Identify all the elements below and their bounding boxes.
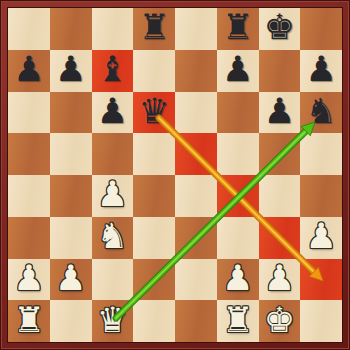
square-g4[interactable] (259, 175, 301, 217)
white-pawn-g2[interactable]: ♟ (264, 261, 295, 296)
white-pawn-f2[interactable]: ♟ (222, 261, 253, 296)
square-f6[interactable] (217, 92, 259, 134)
square-g2[interactable]: ♟ (259, 259, 301, 301)
square-g6[interactable]: ♟ (259, 92, 301, 134)
square-g8[interactable]: ♚ (259, 8, 301, 50)
board-frame: ♜♜♚♟♟♝♟♟♟♛♟♞♟♞♟♟♟♟♟♜♛♜♚ (0, 0, 350, 350)
square-b8[interactable] (50, 8, 92, 50)
square-f7[interactable]: ♟ (217, 50, 259, 92)
square-a2[interactable]: ♟ (8, 259, 50, 301)
square-e5[interactable] (175, 133, 217, 175)
square-e6[interactable] (175, 92, 217, 134)
square-f1[interactable]: ♜ (217, 300, 259, 342)
square-e7[interactable] (175, 50, 217, 92)
white-pawn-c4[interactable]: ♟ (97, 177, 128, 212)
square-b5[interactable] (50, 133, 92, 175)
square-a3[interactable] (8, 217, 50, 259)
square-a7[interactable]: ♟ (8, 50, 50, 92)
square-a8[interactable] (8, 8, 50, 50)
square-d8[interactable]: ♜ (133, 8, 175, 50)
square-e2[interactable] (175, 259, 217, 301)
square-h7[interactable]: ♟ (300, 50, 342, 92)
square-b6[interactable] (50, 92, 92, 134)
square-f8[interactable]: ♜ (217, 8, 259, 50)
square-e4[interactable] (175, 175, 217, 217)
square-h6[interactable]: ♞ (300, 92, 342, 134)
white-pawn-b2[interactable]: ♟ (55, 261, 86, 296)
black-pawn-b7[interactable]: ♟ (55, 52, 86, 87)
white-king-g1[interactable]: ♚ (264, 303, 295, 338)
black-pawn-f7[interactable]: ♟ (222, 52, 253, 87)
square-e3[interactable] (175, 217, 217, 259)
square-d5[interactable] (133, 133, 175, 175)
square-c6[interactable]: ♟ (92, 92, 134, 134)
square-d6[interactable]: ♛ (133, 92, 175, 134)
square-f4[interactable] (217, 175, 259, 217)
square-d3[interactable] (133, 217, 175, 259)
square-b4[interactable] (50, 175, 92, 217)
square-a6[interactable] (8, 92, 50, 134)
square-c2[interactable] (92, 259, 134, 301)
white-queen-c1[interactable]: ♛ (97, 303, 128, 338)
square-e8[interactable] (175, 8, 217, 50)
square-c7[interactable]: ♝ (92, 50, 134, 92)
square-h2[interactable] (300, 259, 342, 301)
square-f2[interactable]: ♟ (217, 259, 259, 301)
black-pawn-h7[interactable]: ♟ (305, 52, 336, 87)
square-c3[interactable]: ♞ (92, 217, 134, 259)
square-h8[interactable] (300, 8, 342, 50)
black-pawn-g6[interactable]: ♟ (264, 94, 295, 129)
square-h4[interactable] (300, 175, 342, 217)
square-f3[interactable] (217, 217, 259, 259)
square-d1[interactable] (133, 300, 175, 342)
black-queen-d6[interactable]: ♛ (138, 94, 169, 129)
square-h1[interactable] (300, 300, 342, 342)
square-g3[interactable] (259, 217, 301, 259)
chess-board: ♜♜♚♟♟♝♟♟♟♛♟♞♟♞♟♟♟♟♟♜♛♜♚ (8, 8, 342, 342)
square-a5[interactable] (8, 133, 50, 175)
square-g7[interactable] (259, 50, 301, 92)
black-rook-d8[interactable]: ♜ (138, 10, 169, 45)
white-pawn-a2[interactable]: ♟ (13, 261, 44, 296)
square-c1[interactable]: ♛ (92, 300, 134, 342)
square-d7[interactable] (133, 50, 175, 92)
square-b2[interactable]: ♟ (50, 259, 92, 301)
black-pawn-c6[interactable]: ♟ (97, 94, 128, 129)
square-d4[interactable] (133, 175, 175, 217)
black-bishop-c7[interactable]: ♝ (97, 52, 128, 87)
white-rook-f1[interactable]: ♜ (222, 303, 253, 338)
square-h3[interactable]: ♟ (300, 217, 342, 259)
black-king-g8[interactable]: ♚ (264, 10, 295, 45)
square-a4[interactable] (8, 175, 50, 217)
square-g5[interactable] (259, 133, 301, 175)
square-b7[interactable]: ♟ (50, 50, 92, 92)
square-b1[interactable] (50, 300, 92, 342)
square-c8[interactable] (92, 8, 134, 50)
white-rook-a1[interactable]: ♜ (13, 303, 44, 338)
square-a1[interactable]: ♜ (8, 300, 50, 342)
black-pawn-a7[interactable]: ♟ (13, 52, 44, 87)
square-d2[interactable] (133, 259, 175, 301)
black-rook-f8[interactable]: ♜ (222, 10, 253, 45)
black-knight-h6[interactable]: ♞ (305, 94, 336, 129)
square-c5[interactable] (92, 133, 134, 175)
square-c4[interactable]: ♟ (92, 175, 134, 217)
white-knight-c3[interactable]: ♞ (97, 219, 128, 254)
square-e1[interactable] (175, 300, 217, 342)
white-pawn-h3[interactable]: ♟ (305, 219, 336, 254)
square-g1[interactable]: ♚ (259, 300, 301, 342)
square-f5[interactable] (217, 133, 259, 175)
square-b3[interactable] (50, 217, 92, 259)
square-h5[interactable] (300, 133, 342, 175)
